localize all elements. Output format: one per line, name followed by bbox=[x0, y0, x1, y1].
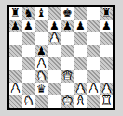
square-h7[interactable]: ♟ bbox=[100, 20, 113, 33]
square-f8[interactable] bbox=[74, 7, 87, 20]
square-b2[interactable] bbox=[22, 83, 35, 96]
black-pawn: ♟ bbox=[49, 20, 60, 32]
square-d6[interactable]: ♟ bbox=[48, 32, 61, 45]
white-knight: ♞ bbox=[36, 70, 47, 82]
black-pawn: ♟ bbox=[10, 20, 21, 32]
square-b5[interactable] bbox=[22, 45, 35, 58]
square-f5[interactable] bbox=[74, 45, 87, 58]
square-e6[interactable] bbox=[61, 32, 74, 45]
square-c5[interactable]: ♟ bbox=[35, 45, 48, 58]
square-b8[interactable]: ♞ bbox=[22, 7, 35, 20]
square-d4[interactable] bbox=[48, 57, 61, 70]
black-pawn: ♟ bbox=[62, 20, 73, 32]
black-pawn: ♟ bbox=[36, 45, 47, 57]
black-rook: ♜ bbox=[101, 7, 112, 19]
square-b3[interactable] bbox=[22, 70, 35, 83]
diagram-background: ♜♞♝♚♜♟♟♟♟♟♟♟♟♟♞♛♟♛♟♟♟♞♚♝♜ bbox=[0, 0, 123, 116]
white-queen: ♛ bbox=[62, 70, 73, 82]
square-a2[interactable]: ♟ bbox=[9, 83, 22, 96]
square-e3[interactable]: ♛ bbox=[61, 70, 74, 83]
square-d7[interactable]: ♟ bbox=[48, 20, 61, 33]
square-g3[interactable] bbox=[87, 70, 100, 83]
square-h2[interactable]: ♟ bbox=[100, 83, 113, 96]
white-pawn: ♟ bbox=[101, 83, 112, 95]
black-king: ♚ bbox=[62, 7, 73, 19]
square-a8[interactable]: ♜ bbox=[9, 7, 22, 20]
square-e4[interactable] bbox=[61, 57, 74, 70]
square-f7[interactable]: ♟ bbox=[74, 20, 87, 33]
square-g8[interactable] bbox=[87, 7, 100, 20]
square-f3[interactable] bbox=[74, 70, 87, 83]
square-a7[interactable]: ♟ bbox=[9, 20, 22, 33]
white-king: ♚ bbox=[62, 95, 73, 107]
square-g6[interactable] bbox=[87, 32, 100, 45]
square-c7[interactable] bbox=[35, 20, 48, 33]
square-e5[interactable] bbox=[61, 45, 74, 58]
square-e1[interactable]: ♚ bbox=[61, 95, 74, 108]
square-a1[interactable] bbox=[9, 95, 22, 108]
square-d2[interactable] bbox=[48, 83, 61, 96]
white-pawn: ♟ bbox=[75, 83, 86, 95]
black-bishop: ♝ bbox=[36, 7, 47, 19]
square-f4[interactable] bbox=[74, 57, 87, 70]
square-b7[interactable]: ♟ bbox=[22, 20, 35, 33]
square-h6[interactable] bbox=[100, 32, 113, 45]
square-f6[interactable] bbox=[74, 32, 87, 45]
black-pawn: ♟ bbox=[101, 20, 112, 32]
square-f2[interactable]: ♟ bbox=[74, 83, 87, 96]
black-knight: ♞ bbox=[23, 7, 34, 19]
square-c8[interactable]: ♝ bbox=[35, 7, 48, 20]
square-c3[interactable]: ♞ bbox=[35, 70, 48, 83]
square-a3[interactable] bbox=[9, 70, 22, 83]
square-e7[interactable]: ♟ bbox=[61, 20, 74, 33]
square-h4[interactable] bbox=[100, 57, 113, 70]
square-a5[interactable] bbox=[9, 45, 22, 58]
square-f1[interactable]: ♝ bbox=[74, 95, 87, 108]
square-h8[interactable]: ♜ bbox=[100, 7, 113, 20]
white-knight: ♞ bbox=[23, 95, 34, 107]
square-d1[interactable] bbox=[48, 95, 61, 108]
square-b6[interactable] bbox=[22, 32, 35, 45]
white-pawn: ♟ bbox=[88, 83, 99, 95]
square-g4[interactable] bbox=[87, 57, 100, 70]
square-e2[interactable] bbox=[61, 83, 74, 96]
square-d3[interactable] bbox=[48, 70, 61, 83]
square-g7[interactable] bbox=[87, 20, 100, 33]
square-c2[interactable]: ♛ bbox=[35, 83, 48, 96]
white-pawn: ♟ bbox=[49, 32, 60, 44]
square-a6[interactable] bbox=[9, 32, 22, 45]
square-h5[interactable] bbox=[100, 45, 113, 58]
black-pawn: ♟ bbox=[75, 20, 86, 32]
square-b1[interactable]: ♞ bbox=[22, 95, 35, 108]
square-c6[interactable] bbox=[35, 32, 48, 45]
square-g2[interactable]: ♟ bbox=[87, 83, 100, 96]
square-g1[interactable] bbox=[87, 95, 100, 108]
black-rook: ♜ bbox=[10, 7, 21, 19]
square-g5[interactable] bbox=[87, 45, 100, 58]
square-a4[interactable] bbox=[9, 57, 22, 70]
black-queen: ♛ bbox=[36, 83, 47, 95]
square-e8[interactable]: ♚ bbox=[61, 7, 74, 20]
white-rook: ♜ bbox=[101, 95, 112, 107]
square-b4[interactable] bbox=[22, 57, 35, 70]
square-c4[interactable]: ♟ bbox=[35, 57, 48, 70]
black-pawn: ♟ bbox=[23, 20, 34, 32]
square-c1[interactable] bbox=[35, 95, 48, 108]
chess-board: ♜♞♝♚♜♟♟♟♟♟♟♟♟♟♞♛♟♛♟♟♟♞♚♝♜ bbox=[7, 5, 115, 110]
white-pawn: ♟ bbox=[36, 57, 47, 69]
square-d5[interactable] bbox=[48, 45, 61, 58]
square-h3[interactable] bbox=[100, 70, 113, 83]
square-d8[interactable] bbox=[48, 7, 61, 20]
white-pawn: ♟ bbox=[10, 83, 21, 95]
square-h1[interactable]: ♜ bbox=[100, 95, 113, 108]
white-bishop: ♝ bbox=[75, 95, 86, 107]
